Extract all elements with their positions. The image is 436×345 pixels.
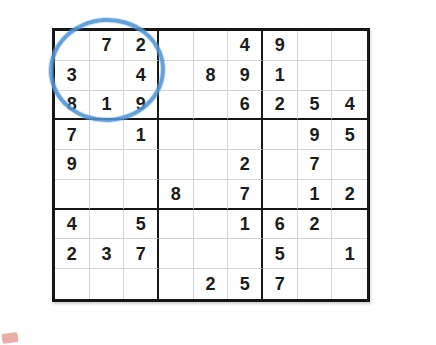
sudoku-cell-r4c6: [228, 120, 263, 150]
sudoku-cell-r7c7: 6: [263, 210, 298, 240]
corner-smudge: [1, 332, 18, 344]
sudoku-cell-r8c5: [194, 239, 229, 269]
sudoku-cell-r1c9: [332, 31, 367, 61]
sudoku-cell-r9c7: 7: [263, 269, 298, 299]
sudoku-cell-r4c9: 5: [332, 120, 367, 150]
sudoku-cell-r5c2: [90, 150, 125, 180]
sudoku-cell-r4c1: 7: [55, 120, 90, 150]
sudoku-cell-r2c6: 9: [228, 61, 263, 91]
sudoku-cell-r3c2: 1: [90, 91, 125, 121]
sudoku-cell-r5c4: [159, 150, 194, 180]
sudoku-cell-r7c3: 5: [124, 210, 159, 240]
sudoku-cell-r7c6: 1: [228, 210, 263, 240]
sudoku-cell-r3c9: 4: [332, 91, 367, 121]
sudoku-cell-r2c5: 8: [194, 61, 229, 91]
sudoku-cell-r7c2: [90, 210, 125, 240]
sudoku-cell-r5c9: [332, 150, 367, 180]
sudoku-cell-r1c4: [159, 31, 194, 61]
sudoku-cell-r4c7: [263, 120, 298, 150]
sudoku-cell-r7c4: [159, 210, 194, 240]
sudoku-cell-r9c5: 2: [194, 269, 229, 299]
sudoku-cell-r7c1: 4: [55, 210, 90, 240]
sudoku-cell-r6c9: 2: [332, 180, 367, 210]
sudoku-cell-r1c5: [194, 31, 229, 61]
sudoku-cell-r4c5: [194, 120, 229, 150]
sudoku-cell-r4c2: [90, 120, 125, 150]
sudoku-cell-r8c9: 1: [332, 239, 367, 269]
sudoku-cell-r6c7: [263, 180, 298, 210]
sudoku-cell-r3c1: 8: [55, 91, 90, 121]
sudoku-cell-r8c8: [298, 239, 333, 269]
sudoku-cell-r2c7: 1: [263, 61, 298, 91]
sudoku-cell-r8c3: 7: [124, 239, 159, 269]
sudoku-cell-r4c4: [159, 120, 194, 150]
sudoku-cell-r7c9: [332, 210, 367, 240]
sudoku-cell-r2c9: [332, 61, 367, 91]
sudoku-cell-r5c7: [263, 150, 298, 180]
sudoku-cell-r7c8: 2: [298, 210, 333, 240]
sudoku-board: 7249348918196254719592787124516223751257: [52, 28, 370, 302]
sudoku-cell-r2c8: [298, 61, 333, 91]
sudoku-cell-r5c6: 2: [228, 150, 263, 180]
sudoku-cell-r1c3: 2: [124, 31, 159, 61]
sudoku-cell-r8c2: 3: [90, 239, 125, 269]
sudoku-cell-r9c4: [159, 269, 194, 299]
sudoku-cell-r6c3: [124, 180, 159, 210]
sudoku-cell-r1c1: [55, 31, 90, 61]
sudoku-cell-r1c6: 4: [228, 31, 263, 61]
sudoku-cell-r3c6: 6: [228, 91, 263, 121]
sudoku-cell-r5c5: [194, 150, 229, 180]
sudoku-cell-r2c2: [90, 61, 125, 91]
sudoku-cell-r6c2: [90, 180, 125, 210]
sudoku-cell-r4c8: 9: [298, 120, 333, 150]
sudoku-cell-r3c8: 5: [298, 91, 333, 121]
sudoku-cell-r2c4: [159, 61, 194, 91]
sudoku-cell-r8c7: 5: [263, 239, 298, 269]
sudoku-cell-r3c5: [194, 91, 229, 121]
sudoku-cell-r6c8: 1: [298, 180, 333, 210]
sudoku-cell-r9c3: [124, 269, 159, 299]
sudoku-cell-r9c2: [90, 269, 125, 299]
sudoku-cell-r5c1: 9: [55, 150, 90, 180]
sudoku-cell-r6c4: 8: [159, 180, 194, 210]
sudoku-cell-r5c8: 7: [298, 150, 333, 180]
sudoku-cell-r9c9: [332, 269, 367, 299]
sudoku-cell-r6c1: [55, 180, 90, 210]
sudoku-cell-r5c3: [124, 150, 159, 180]
sudoku-cell-r9c6: 5: [228, 269, 263, 299]
sudoku-screenshot: 7249348918196254719592787124516223751257: [0, 0, 436, 345]
sudoku-cell-r2c3: 4: [124, 61, 159, 91]
sudoku-cell-r9c1: [55, 269, 90, 299]
sudoku-cell-r8c4: [159, 239, 194, 269]
sudoku-cell-r6c5: [194, 180, 229, 210]
sudoku-cell-r3c3: 9: [124, 91, 159, 121]
sudoku-cell-r6c6: 7: [228, 180, 263, 210]
sudoku-cell-r2c1: 3: [55, 61, 90, 91]
sudoku-cell-r8c6: [228, 239, 263, 269]
sudoku-cell-r3c7: 2: [263, 91, 298, 121]
sudoku-cell-r1c2: 7: [90, 31, 125, 61]
sudoku-cell-r1c8: [298, 31, 333, 61]
sudoku-cell-r8c1: 2: [55, 239, 90, 269]
sudoku-cell-r7c5: [194, 210, 229, 240]
sudoku-cell-r1c7: 9: [263, 31, 298, 61]
sudoku-cell-r9c8: [298, 269, 333, 299]
sudoku-cell-r4c3: 1: [124, 120, 159, 150]
sudoku-cell-r3c4: [159, 91, 194, 121]
